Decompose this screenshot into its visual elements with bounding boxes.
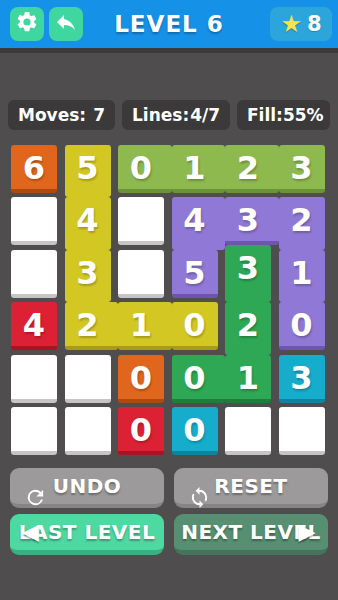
- cell-2-4-green3[interactable]: 3: [225, 245, 271, 302]
- cell-0-2-lgreen0[interactable]: 0: [118, 145, 172, 193]
- cell-3-0-red4[interactable]: 4: [11, 302, 57, 350]
- cell-1-4-purple3[interactable]: 3: [225, 197, 279, 245]
- moves-value: 7: [93, 105, 105, 125]
- cell-1-3-purple4[interactable]: 4: [172, 197, 226, 249]
- cell-4-4-green1[interactable]: 1: [225, 355, 271, 403]
- last-level-button[interactable]: ◀ LAST LEVEL: [10, 514, 164, 555]
- cell-3-5-purple0[interactable]: 0: [279, 302, 325, 350]
- cell-number: 0: [279, 302, 325, 348]
- cell-4-1-white[interactable]: [65, 355, 111, 403]
- cell-1-2-white[interactable]: [118, 197, 164, 245]
- cell-5-4-white[interactable]: [225, 407, 271, 455]
- cell-1-0-white[interactable]: [11, 197, 57, 245]
- cell-number: 0: [118, 355, 164, 401]
- cell-number: 3: [279, 145, 325, 191]
- puzzle-board: 65012344323531421020001300: [11, 145, 327, 457]
- cell-2-0-white[interactable]: [11, 250, 57, 298]
- cell-number: 1: [118, 302, 164, 348]
- cell-number: 3: [225, 245, 271, 291]
- cell-number: 0: [172, 355, 218, 401]
- cell-number: 3: [279, 355, 325, 401]
- cell-number: 1: [225, 355, 271, 401]
- cell-number: 3: [65, 250, 111, 296]
- cell-5-1-white[interactable]: [65, 407, 111, 455]
- cell-5-3-cyan0[interactable]: 0: [172, 407, 218, 455]
- cell-2-2-white[interactable]: [118, 250, 164, 298]
- moves-label: Moves:: [18, 105, 86, 125]
- cell-5-0-white[interactable]: [11, 407, 57, 455]
- cell-number: 0: [172, 407, 218, 453]
- cell-number: 4: [11, 302, 57, 348]
- cell-number: 4: [172, 197, 218, 243]
- stars-badge[interactable]: ★ 8: [270, 7, 332, 41]
- cell-number: 4: [65, 197, 111, 243]
- cell-5-5-white[interactable]: [279, 407, 325, 455]
- cell-1-5-purple2[interactable]: 2: [279, 197, 325, 249]
- cell-number: 1: [279, 250, 325, 296]
- fill-label: Fill:: [247, 105, 283, 125]
- right-triangle-icon: ▶: [299, 521, 316, 543]
- stats-row: Moves: 7 Lines: 4/7 Fill: 55%: [8, 100, 330, 130]
- lines-pill: Lines: 4/7: [122, 100, 230, 130]
- cell-0-3-lgreen1[interactable]: 1: [172, 145, 226, 193]
- cell-number: 5: [65, 145, 111, 191]
- cell-number: 3: [225, 197, 271, 243]
- cell-1-1-yellow4[interactable]: 4: [65, 197, 111, 249]
- reset-label: RESET: [214, 474, 287, 498]
- cell-number: 0: [172, 302, 218, 348]
- cell-0-5-lgreen3[interactable]: 3: [279, 145, 325, 193]
- lines-label: Lines:: [132, 105, 189, 125]
- reset-button[interactable]: RESET: [174, 468, 328, 508]
- cell-2-3-purple5[interactable]: 5: [172, 250, 218, 298]
- cell-5-2-red0[interactable]: 0: [118, 407, 164, 455]
- cell-3-3-yellow0[interactable]: 0: [172, 302, 218, 350]
- star-count: 8: [307, 12, 322, 36]
- fill-pill: Fill: 55%: [237, 100, 330, 130]
- header-bar: LEVEL 6 ★ 8: [0, 0, 338, 48]
- cell-number: 2: [225, 302, 271, 348]
- cell-number: 2: [225, 145, 271, 191]
- undo-button[interactable]: UNDO: [10, 468, 164, 508]
- cell-2-1-yellow3[interactable]: 3: [65, 250, 111, 302]
- fill-value: 55%: [283, 105, 324, 125]
- cell-4-5-cyan3[interactable]: 3: [279, 355, 325, 403]
- cell-number: 2: [279, 197, 325, 243]
- cell-number: 0: [118, 145, 164, 191]
- cell-number: 0: [118, 407, 164, 453]
- cell-0-0-orange6[interactable]: 6: [11, 145, 57, 193]
- lines-value: 4/7: [190, 105, 220, 125]
- cell-3-4-green2[interactable]: 2: [225, 302, 271, 354]
- cell-4-2-orange0[interactable]: 0: [118, 355, 164, 403]
- cell-number: 5: [172, 250, 218, 296]
- undo-label: UNDO: [53, 474, 122, 498]
- cell-number: 6: [11, 145, 57, 191]
- left-triangle-icon: ◀: [22, 521, 39, 543]
- cell-0-1-yellow5[interactable]: 5: [65, 145, 111, 197]
- cell-0-4-lgreen2[interactable]: 2: [225, 145, 279, 193]
- cell-3-2-yellow1[interactable]: 1: [118, 302, 172, 350]
- cell-number: 2: [65, 302, 111, 348]
- star-icon: ★: [280, 12, 302, 36]
- cell-2-5-purple1[interactable]: 1: [279, 250, 325, 302]
- next-level-button[interactable]: NEXT LEVEL ▶: [174, 514, 328, 555]
- moves-pill: Moves: 7: [8, 100, 115, 130]
- cell-4-3-green0[interactable]: 0: [172, 355, 226, 403]
- cell-3-1-yellow2[interactable]: 2: [65, 302, 119, 350]
- cell-4-0-white[interactable]: [11, 355, 57, 403]
- cell-number: 1: [172, 145, 218, 191]
